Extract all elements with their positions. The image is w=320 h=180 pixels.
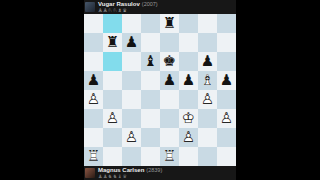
black-pawn-h5: ♟: [217, 71, 236, 90]
square-f4[interactable]: [179, 90, 198, 109]
square-f1[interactable]: [179, 147, 198, 166]
black-king-e6: ♚: [160, 52, 179, 71]
white-king-fill-f3: ♚: [179, 109, 198, 128]
square-a4[interactable]: ♟♙: [84, 90, 103, 109]
white-pawn-fill-a4: ♟: [84, 90, 103, 109]
square-c5[interactable]: [122, 71, 141, 90]
black-pawn-a5: ♟: [84, 71, 103, 90]
white-pawn-b3: ♙: [103, 109, 122, 128]
white-pawn-fill-b3: ♟: [103, 109, 122, 128]
square-c6[interactable]: [122, 52, 141, 71]
white-pawn-h3: ♙: [217, 109, 236, 128]
square-f2[interactable]: ♟♙: [179, 128, 198, 147]
bottom-player-avatar: [85, 168, 95, 178]
bottom-player-bar: Magnus Carlsen(2839) ♟♟♞♞♝♛: [84, 166, 236, 180]
square-g4[interactable]: ♟♙: [198, 90, 217, 109]
white-pawn-f2: ♙: [179, 128, 198, 147]
square-h7[interactable]: [217, 33, 236, 52]
square-h4[interactable]: [217, 90, 236, 109]
square-f5[interactable]: ♟: [179, 71, 198, 90]
square-c8[interactable]: [122, 14, 141, 33]
top-player-rating: (2007): [142, 1, 158, 7]
square-a2[interactable]: [84, 128, 103, 147]
square-b4[interactable]: [103, 90, 122, 109]
top-player-bar: Vugar Rasulov(2007) ♙♙♘♘♗♕: [84, 0, 236, 14]
square-c2[interactable]: ♟♙: [122, 128, 141, 147]
square-e2[interactable]: [160, 128, 179, 147]
square-g2[interactable]: [198, 128, 217, 147]
black-rook-b7: ♜: [103, 33, 122, 52]
square-c1[interactable]: [122, 147, 141, 166]
square-h1[interactable]: [217, 147, 236, 166]
square-d5[interactable]: [141, 71, 160, 90]
chess-board[interactable]: ♜♜♟♝♚♟♟♟♟♝♗♟♟♙♟♙♟♙♚♔♟♙♟♙♟♙♜♖♜♖: [84, 14, 236, 166]
square-a6[interactable]: [84, 52, 103, 71]
square-e8[interactable]: ♜: [160, 14, 179, 33]
square-d6[interactable]: ♝: [141, 52, 160, 71]
top-player-avatar: [85, 2, 95, 12]
square-a8[interactable]: [84, 14, 103, 33]
bottom-player-info: Magnus Carlsen(2839) ♟♟♞♞♝♛: [98, 167, 162, 180]
square-e5[interactable]: ♟: [160, 71, 179, 90]
top-player-info: Vugar Rasulov(2007) ♙♙♘♘♗♕: [98, 1, 158, 14]
square-e3[interactable]: [160, 109, 179, 128]
square-e1[interactable]: ♜♖: [160, 147, 179, 166]
square-d3[interactable]: [141, 109, 160, 128]
white-pawn-fill-f2: ♟: [179, 128, 198, 147]
square-g3[interactable]: [198, 109, 217, 128]
square-g7[interactable]: [198, 33, 217, 52]
video-frame: Vugar Rasulov(2007) ♙♙♘♘♗♕ ♜♜♟♝♚♟♟♟♟♝♗♟♟…: [0, 0, 320, 180]
square-a7[interactable]: [84, 33, 103, 52]
square-d1[interactable]: [141, 147, 160, 166]
square-b5[interactable]: [103, 71, 122, 90]
square-g5[interactable]: ♝♗: [198, 71, 217, 90]
square-d7[interactable]: [141, 33, 160, 52]
square-b2[interactable]: [103, 128, 122, 147]
square-f7[interactable]: [179, 33, 198, 52]
white-bishop-g5: ♗: [198, 71, 217, 90]
square-f8[interactable]: [179, 14, 198, 33]
square-d2[interactable]: [141, 128, 160, 147]
black-bishop-d6: ♝: [141, 52, 160, 71]
top-player-captured-pieces: ♙♙♘♘♗♕: [98, 8, 158, 13]
white-bishop-fill-g5: ♝: [198, 71, 217, 90]
square-e6[interactable]: ♚: [160, 52, 179, 71]
white-pawn-fill-c2: ♟: [122, 128, 141, 147]
square-e7[interactable]: [160, 33, 179, 52]
white-king-f3: ♔: [179, 109, 198, 128]
square-b7[interactable]: ♜: [103, 33, 122, 52]
square-b1[interactable]: [103, 147, 122, 166]
square-g1[interactable]: [198, 147, 217, 166]
white-rook-a1: ♖: [84, 147, 103, 166]
square-g6[interactable]: ♟: [198, 52, 217, 71]
white-rook-fill-e1: ♜: [160, 147, 179, 166]
bottom-player-captured-pieces: ♟♟♞♞♝♛: [98, 174, 162, 179]
square-b8[interactable]: [103, 14, 122, 33]
square-a1[interactable]: ♜♖: [84, 147, 103, 166]
square-h5[interactable]: ♟: [217, 71, 236, 90]
black-pawn-g6: ♟: [198, 52, 217, 71]
white-pawn-c2: ♙: [122, 128, 141, 147]
square-b3[interactable]: ♟♙: [103, 109, 122, 128]
square-d8[interactable]: [141, 14, 160, 33]
square-d4[interactable]: [141, 90, 160, 109]
square-e4[interactable]: [160, 90, 179, 109]
white-pawn-g4: ♙: [198, 90, 217, 109]
square-h3[interactable]: ♟♙: [217, 109, 236, 128]
white-pawn-a4: ♙: [84, 90, 103, 109]
black-pawn-c7: ♟: [122, 33, 141, 52]
bottom-player-name-text: Magnus Carlsen: [98, 167, 144, 173]
white-pawn-fill-h3: ♟: [217, 109, 236, 128]
square-c3[interactable]: [122, 109, 141, 128]
square-h6[interactable]: [217, 52, 236, 71]
square-a3[interactable]: [84, 109, 103, 128]
white-rook-e1: ♖: [160, 147, 179, 166]
square-b6[interactable]: [103, 52, 122, 71]
board-column: Vugar Rasulov(2007) ♙♙♘♘♗♕ ♜♜♟♝♚♟♟♟♟♝♗♟♟…: [84, 0, 236, 180]
square-g8[interactable]: [198, 14, 217, 33]
white-rook-fill-a1: ♜: [84, 147, 103, 166]
square-f6[interactable]: [179, 52, 198, 71]
square-c7[interactable]: ♟: [122, 33, 141, 52]
top-player-name-text: Vugar Rasulov: [98, 1, 140, 7]
black-pawn-e5: ♟: [160, 71, 179, 90]
square-f3[interactable]: ♚♔: [179, 109, 198, 128]
black-rook-e8: ♜: [160, 14, 179, 33]
square-c4[interactable]: [122, 90, 141, 109]
white-pawn-fill-g4: ♟: [198, 90, 217, 109]
square-a5[interactable]: ♟: [84, 71, 103, 90]
square-h8[interactable]: [217, 14, 236, 33]
black-pawn-f5: ♟: [179, 71, 198, 90]
bottom-player-rating: (2839): [146, 167, 162, 173]
square-h2[interactable]: [217, 128, 236, 147]
